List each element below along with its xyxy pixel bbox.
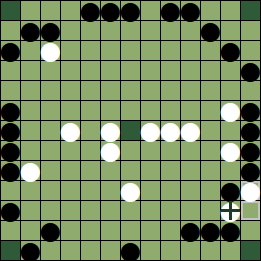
attacker-piece[interactable]: ● xyxy=(1,161,20,180)
defender-piece[interactable]: ● xyxy=(121,181,140,200)
attacker-piece[interactable]: ● xyxy=(201,21,220,40)
cell-r2c11[interactable]: ● xyxy=(221,41,240,60)
cell-r4c2[interactable] xyxy=(41,81,60,100)
cell-r4c7[interactable] xyxy=(141,81,160,100)
cell-r7c2[interactable] xyxy=(41,141,60,160)
cell-r6c1[interactable] xyxy=(21,121,40,140)
attacker-piece[interactable]: ● xyxy=(221,41,240,60)
cell-r9c10[interactable] xyxy=(201,181,220,200)
attacker-piece[interactable]: ● xyxy=(241,61,260,80)
cell-r3c12[interactable]: ● xyxy=(241,61,260,80)
attacker-piece[interactable]: ● xyxy=(181,1,200,20)
corner-square-r0c0[interactable] xyxy=(1,1,20,20)
cell-r11c4[interactable] xyxy=(81,221,100,240)
cell-r9c7[interactable] xyxy=(141,181,160,200)
cell-r4c1[interactable] xyxy=(21,81,40,100)
cell-r8c10[interactable] xyxy=(201,161,220,180)
cell-r9c2[interactable] xyxy=(41,181,60,200)
cell-r11c12[interactable] xyxy=(241,221,260,240)
defender-piece[interactable]: ● xyxy=(41,41,60,60)
attacker-piece[interactable]: ● xyxy=(1,201,20,220)
cell-r11c3[interactable] xyxy=(61,221,80,240)
cell-r9c3[interactable] xyxy=(61,181,80,200)
cell-r2c7[interactable] xyxy=(141,41,160,60)
cell-r10c5[interactable] xyxy=(101,201,120,220)
cell-r10c7[interactable] xyxy=(141,201,160,220)
cell-r7c6[interactable] xyxy=(121,141,140,160)
cell-r9c9[interactable] xyxy=(181,181,200,200)
cell-r10c4[interactable] xyxy=(81,201,100,220)
cell-r9c8[interactable] xyxy=(161,181,180,200)
cell-r11c5[interactable] xyxy=(101,221,120,240)
cell-r0c4[interactable]: ● xyxy=(81,1,100,20)
cell-r6c8[interactable]: ● xyxy=(161,121,180,140)
corner-square-r12c0[interactable] xyxy=(1,241,20,260)
cell-r1c3[interactable] xyxy=(61,21,80,40)
cell-r8c7[interactable] xyxy=(141,161,160,180)
defender-piece[interactable]: ● xyxy=(221,101,240,120)
attacker-piece[interactable]: ● xyxy=(161,1,180,20)
cell-r0c7[interactable] xyxy=(141,1,160,20)
cell-r8c3[interactable] xyxy=(61,161,80,180)
attacker-piece[interactable]: ● xyxy=(41,221,60,240)
attacker-piece[interactable]: ● xyxy=(81,1,100,20)
cell-r10c8[interactable] xyxy=(161,201,180,220)
defender-piece[interactable]: ● xyxy=(101,141,120,160)
cell-r3c5[interactable] xyxy=(101,61,120,80)
cell-r6c7[interactable]: ● xyxy=(141,121,160,140)
cell-r3c7[interactable] xyxy=(141,61,160,80)
cell-r11c8[interactable] xyxy=(161,221,180,240)
attacker-piece[interactable]: ● xyxy=(21,21,40,40)
cell-r1c12[interactable] xyxy=(241,21,260,40)
cell-r11c10[interactable]: ● xyxy=(201,221,220,240)
cell-r3c3[interactable] xyxy=(61,61,80,80)
cell-r4c5[interactable] xyxy=(101,81,120,100)
attacker-piece[interactable]: ● xyxy=(181,221,200,240)
cell-r12c7[interactable] xyxy=(141,241,160,260)
cell-r4c8[interactable] xyxy=(161,81,180,100)
defender-piece[interactable]: ● xyxy=(161,121,180,140)
cell-r12c1[interactable]: ● xyxy=(21,241,40,260)
cell-r3c10[interactable] xyxy=(201,61,220,80)
cell-r2c4[interactable] xyxy=(81,41,100,60)
cell-r6c9[interactable]: ● xyxy=(181,121,200,140)
cell-r6c2[interactable] xyxy=(41,121,60,140)
cell-r9c6[interactable]: ● xyxy=(121,181,140,200)
attacker-piece[interactable]: ● xyxy=(101,1,120,20)
cell-r2c5[interactable] xyxy=(101,41,120,60)
cell-r6c3[interactable]: ● xyxy=(61,121,80,140)
corner-square-r0c12[interactable] xyxy=(241,1,260,20)
cell-r8c0[interactable]: ● xyxy=(1,161,20,180)
cell-r6c10[interactable] xyxy=(201,121,220,140)
cell-r2c3[interactable] xyxy=(61,41,80,60)
cell-r8c1[interactable]: ● xyxy=(21,161,40,180)
cell-r4c6[interactable] xyxy=(121,81,140,100)
cell-r11c11[interactable]: ● xyxy=(221,221,240,240)
cell-r12c8[interactable] xyxy=(161,241,180,260)
cell-r12c6[interactable]: ● xyxy=(121,241,140,260)
cell-r5c1[interactable] xyxy=(21,101,40,120)
defender-piece[interactable]: ● xyxy=(21,161,40,180)
cell-r5c10[interactable] xyxy=(201,101,220,120)
throne-square[interactable] xyxy=(121,121,140,140)
cell-r11c2[interactable]: ● xyxy=(41,221,60,240)
cell-r2c0[interactable]: ● xyxy=(1,41,20,60)
defender-piece[interactable]: ● xyxy=(241,181,260,200)
attacker-piece[interactable]: ● xyxy=(221,221,240,240)
cell-r0c6[interactable]: ● xyxy=(121,1,140,20)
cell-r9c12[interactable]: ● xyxy=(241,181,260,200)
cell-r0c8[interactable]: ● xyxy=(161,1,180,20)
cell-r12c3[interactable] xyxy=(61,241,80,260)
cell-r3c8[interactable] xyxy=(161,61,180,80)
cell-r3c9[interactable] xyxy=(181,61,200,80)
cell-r7c11[interactable]: ● xyxy=(221,141,240,160)
cell-r8c8[interactable] xyxy=(161,161,180,180)
cell-r4c4[interactable] xyxy=(81,81,100,100)
cell-r11c7[interactable] xyxy=(141,221,160,240)
cell-r2c9[interactable] xyxy=(181,41,200,60)
cell-r12c4[interactable] xyxy=(81,241,100,260)
cell-r1c7[interactable] xyxy=(141,21,160,40)
cell-r9c4[interactable] xyxy=(81,181,100,200)
cell-r10c11[interactable]: ● xyxy=(221,201,240,220)
cell-r1c1[interactable]: ● xyxy=(21,21,40,40)
attacker-piece[interactable]: ● xyxy=(121,1,140,20)
cell-r1c10[interactable]: ● xyxy=(201,21,220,40)
cell-r3c1[interactable] xyxy=(21,61,40,80)
cell-r9c5[interactable] xyxy=(101,181,120,200)
attacker-piece[interactable]: ● xyxy=(201,221,220,240)
defender-piece[interactable]: ● xyxy=(141,121,160,140)
cell-r2c2[interactable]: ● xyxy=(41,41,60,60)
defender-piece[interactable]: ● xyxy=(181,121,200,140)
attacker-piece[interactable]: ● xyxy=(121,241,140,260)
cell-r0c11[interactable] xyxy=(221,1,240,20)
cell-r0c5[interactable]: ● xyxy=(101,1,120,20)
cell-r5c4[interactable] xyxy=(81,101,100,120)
cell-r4c3[interactable] xyxy=(61,81,80,100)
cell-r2c8[interactable] xyxy=(161,41,180,60)
cell-r8c4[interactable] xyxy=(81,161,100,180)
cell-r0c3[interactable] xyxy=(61,1,80,20)
cell-r5c6[interactable] xyxy=(121,101,140,120)
attacker-piece[interactable]: ● xyxy=(1,41,20,60)
attacker-piece[interactable]: ● xyxy=(21,241,40,260)
cell-r4c9[interactable] xyxy=(181,81,200,100)
cell-r7c4[interactable] xyxy=(81,141,100,160)
cell-r5c11[interactable]: ● xyxy=(221,101,240,120)
cell-r10c3[interactable] xyxy=(61,201,80,220)
cell-r8c9[interactable] xyxy=(181,161,200,180)
cell-r10c1[interactable] xyxy=(21,201,40,220)
cell-r5c2[interactable] xyxy=(41,101,60,120)
cell-r7c5[interactable]: ● xyxy=(101,141,120,160)
king-cross-icon xyxy=(221,201,240,220)
cell-r6c4[interactable] xyxy=(81,121,100,140)
tafl-board: ●●●●●●●●●●●●●●●●●●●●●●●●●●●●●●●●●●●●●●●● xyxy=(0,0,261,261)
game-window: ●●●●●●●●●●●●●●●●●●●●●●●●●●●●●●●●●●●●●●●● xyxy=(0,0,261,261)
defender-piece[interactable]: ● xyxy=(61,121,80,140)
cell-r11c9[interactable]: ● xyxy=(181,221,200,240)
cell-r7c10[interactable] xyxy=(201,141,220,160)
cell-r8c2[interactable] xyxy=(41,161,60,180)
cell-r4c10[interactable] xyxy=(201,81,220,100)
cell-r0c9[interactable]: ● xyxy=(181,1,200,20)
cell-r3c6[interactable] xyxy=(121,61,140,80)
corner-square-r12c12[interactable] xyxy=(241,241,260,260)
cell-r12c5[interactable] xyxy=(101,241,120,260)
defender-piece[interactable]: ● xyxy=(221,141,240,160)
cell-r10c0[interactable]: ● xyxy=(1,201,20,220)
cell-r2c6[interactable] xyxy=(121,41,140,60)
cell-r3c4[interactable] xyxy=(81,61,100,80)
